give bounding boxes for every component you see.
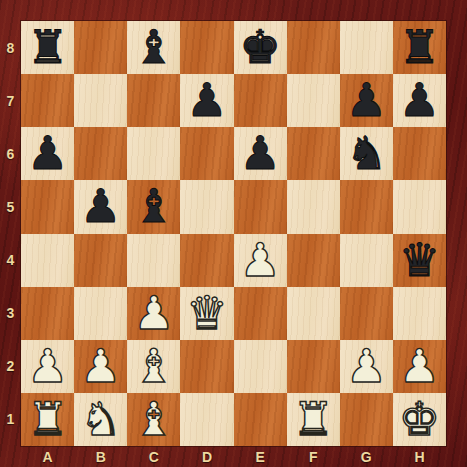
square-b5[interactable]: ♟ — [74, 180, 127, 233]
white-pawn[interactable]: ♟ — [399, 340, 440, 393]
square-f4[interactable] — [287, 234, 340, 287]
square-g8[interactable] — [340, 21, 393, 74]
square-g1[interactable] — [340, 393, 393, 446]
file-label-e: E — [234, 446, 287, 467]
square-h6[interactable] — [393, 127, 446, 180]
square-d8[interactable] — [180, 21, 233, 74]
square-e7[interactable] — [234, 74, 287, 127]
white-bishop[interactable]: ♝ — [133, 340, 174, 393]
rank-label-7: 7 — [0, 74, 21, 127]
rank-label-8: 8 — [0, 21, 21, 74]
file-label-d: D — [180, 446, 233, 467]
square-c2[interactable]: ♝ — [127, 340, 180, 393]
square-e4[interactable]: ♟ — [234, 234, 287, 287]
square-a5[interactable] — [21, 180, 74, 233]
square-b1[interactable]: ♞ — [74, 393, 127, 446]
square-g7[interactable]: ♟ — [340, 74, 393, 127]
square-h4[interactable]: ♛ — [393, 234, 446, 287]
square-h3[interactable] — [393, 287, 446, 340]
square-e2[interactable] — [234, 340, 287, 393]
square-f6[interactable] — [287, 127, 340, 180]
white-pawn[interactable]: ♟ — [27, 340, 68, 393]
white-queen[interactable]: ♛ — [186, 287, 227, 340]
white-pawn[interactable]: ♟ — [239, 234, 280, 287]
square-a2[interactable]: ♟ — [21, 340, 74, 393]
square-d7[interactable]: ♟ — [180, 74, 233, 127]
square-b4[interactable] — [74, 234, 127, 287]
square-d6[interactable] — [180, 127, 233, 180]
white-pawn[interactable]: ♟ — [346, 340, 387, 393]
square-e6[interactable]: ♟ — [234, 127, 287, 180]
square-b3[interactable] — [74, 287, 127, 340]
square-h5[interactable] — [393, 180, 446, 233]
square-a4[interactable] — [21, 234, 74, 287]
square-d5[interactable] — [180, 180, 233, 233]
rank-label-4: 4 — [0, 234, 21, 287]
black-rook[interactable]: ♜ — [27, 21, 68, 74]
rank-label-6: 6 — [0, 127, 21, 180]
file-label-f: F — [287, 446, 340, 467]
white-rook[interactable]: ♜ — [293, 393, 334, 446]
black-knight[interactable]: ♞ — [346, 127, 387, 180]
white-knight[interactable]: ♞ — [80, 393, 121, 446]
file-label-g: G — [340, 446, 393, 467]
square-a6[interactable]: ♟ — [21, 127, 74, 180]
file-label-b: B — [74, 446, 127, 467]
rank-label-3: 3 — [0, 287, 21, 340]
rank-labels: 87654321 — [0, 21, 21, 446]
square-c5[interactable]: ♝ — [127, 180, 180, 233]
black-king[interactable]: ♚ — [239, 21, 280, 74]
black-bishop[interactable]: ♝ — [133, 21, 174, 74]
square-h8[interactable]: ♜ — [393, 21, 446, 74]
square-g3[interactable] — [340, 287, 393, 340]
square-h2[interactable]: ♟ — [393, 340, 446, 393]
square-f3[interactable] — [287, 287, 340, 340]
black-pawn[interactable]: ♟ — [399, 74, 440, 127]
square-d3[interactable]: ♛ — [180, 287, 233, 340]
black-rook[interactable]: ♜ — [399, 21, 440, 74]
square-e1[interactable] — [234, 393, 287, 446]
file-label-a: A — [21, 446, 74, 467]
square-b8[interactable] — [74, 21, 127, 74]
square-g2[interactable]: ♟ — [340, 340, 393, 393]
file-label-c: C — [127, 446, 180, 467]
square-c6[interactable] — [127, 127, 180, 180]
square-a3[interactable] — [21, 287, 74, 340]
black-pawn[interactable]: ♟ — [186, 74, 227, 127]
square-d2[interactable] — [180, 340, 233, 393]
square-h7[interactable]: ♟ — [393, 74, 446, 127]
square-f7[interactable] — [287, 74, 340, 127]
black-queen[interactable]: ♛ — [399, 234, 440, 287]
square-b2[interactable]: ♟ — [74, 340, 127, 393]
white-pawn[interactable]: ♟ — [133, 287, 174, 340]
square-f5[interactable] — [287, 180, 340, 233]
square-b7[interactable] — [74, 74, 127, 127]
square-f2[interactable] — [287, 340, 340, 393]
black-bishop[interactable]: ♝ — [133, 180, 174, 233]
file-label-h: H — [393, 446, 446, 467]
square-b6[interactable] — [74, 127, 127, 180]
black-pawn[interactable]: ♟ — [239, 127, 280, 180]
chessboard-frame: ♜♝♚♜♟♟♟♟♟♞♟♝♟♛♟♛♟♟♝♟♟♜♞♝♜♚ 87654321 ABCD… — [0, 0, 467, 467]
rank-label-5: 5 — [0, 180, 21, 233]
square-d1[interactable] — [180, 393, 233, 446]
black-pawn[interactable]: ♟ — [80, 180, 121, 233]
rank-label-2: 2 — [0, 340, 21, 393]
square-e5[interactable] — [234, 180, 287, 233]
square-d4[interactable] — [180, 234, 233, 287]
square-a7[interactable] — [21, 74, 74, 127]
square-c7[interactable] — [127, 74, 180, 127]
square-c3[interactable]: ♟ — [127, 287, 180, 340]
square-e3[interactable] — [234, 287, 287, 340]
white-pawn[interactable]: ♟ — [80, 340, 121, 393]
black-pawn[interactable]: ♟ — [346, 74, 387, 127]
rank-label-1: 1 — [0, 393, 21, 446]
square-a1[interactable]: ♜ — [21, 393, 74, 446]
square-h1[interactable]: ♚ — [393, 393, 446, 446]
square-a8[interactable]: ♜ — [21, 21, 74, 74]
square-f8[interactable] — [287, 21, 340, 74]
square-e8[interactable]: ♚ — [234, 21, 287, 74]
black-pawn[interactable]: ♟ — [27, 127, 68, 180]
square-g6[interactable]: ♞ — [340, 127, 393, 180]
square-c4[interactable] — [127, 234, 180, 287]
chess-board: ♜♝♚♜♟♟♟♟♟♞♟♝♟♛♟♛♟♟♝♟♟♜♞♝♜♚ — [21, 21, 446, 446]
white-king[interactable]: ♚ — [399, 393, 440, 446]
square-g5[interactable] — [340, 180, 393, 233]
white-rook[interactable]: ♜ — [27, 393, 68, 446]
square-g4[interactable] — [340, 234, 393, 287]
square-f1[interactable]: ♜ — [287, 393, 340, 446]
square-c8[interactable]: ♝ — [127, 21, 180, 74]
file-labels: ABCDEFGH — [21, 446, 446, 467]
square-c1[interactable]: ♝ — [127, 393, 180, 446]
white-bishop[interactable]: ♝ — [133, 393, 174, 446]
